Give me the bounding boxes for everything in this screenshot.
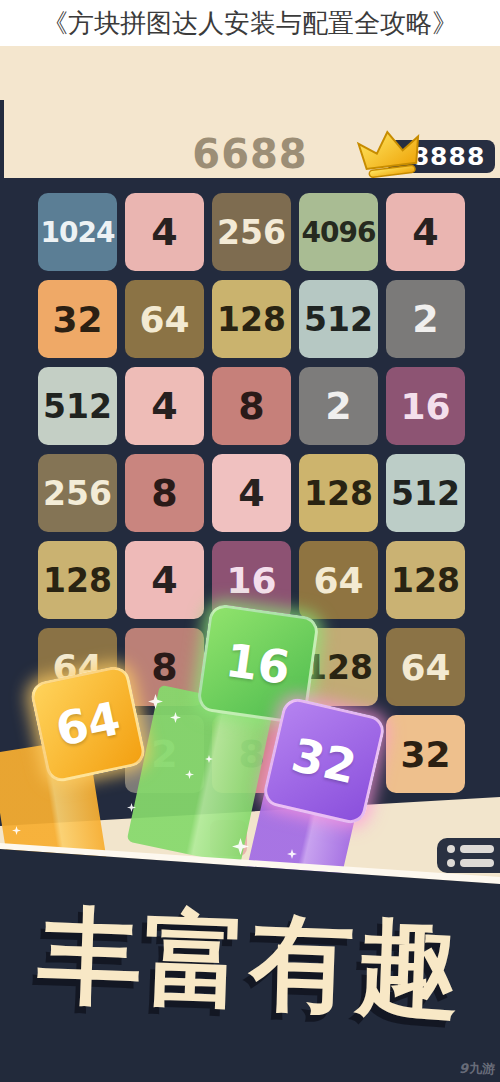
page-title: 《方块拼图达人安装与配置全攻略》 (42, 6, 458, 41)
tile-4-r4c3: 4 (212, 454, 291, 532)
banner-text: 丰富有趣 (0, 893, 500, 1030)
tile-512-r2c4: 512 (299, 280, 378, 358)
tile-4-r5c2: 4 (125, 541, 204, 619)
tile-4-r1c5: 4 (386, 193, 465, 271)
title-bar: 《方块拼图达人安装与配置全攻略》 (0, 0, 500, 46)
tile-2-r2c5: 2 (386, 280, 465, 358)
falling-tile-64-orange: 64 (28, 664, 147, 785)
tile-128-r4c4: 128 (299, 454, 378, 532)
list-menu-icon (447, 845, 500, 853)
tile-8-r3c3: 8 (212, 367, 291, 445)
app-frame: 《方块拼图达人安装与配置全攻略》 6688 8888 1024425640964… (0, 0, 500, 1082)
tile-4-r3c2: 4 (125, 367, 204, 445)
jiuyou-watermark: 9九游 (459, 1060, 495, 1078)
tile-2-r3c4: 2 (299, 367, 378, 445)
crown-icon (351, 124, 429, 184)
tile-32-r7c5: 32 (386, 715, 465, 793)
tile-64-r6c5: 64 (386, 628, 465, 706)
list-menu-icon (447, 859, 500, 867)
tile-32-r2c1: 32 (38, 280, 117, 358)
tile-64-r5c4: 64 (299, 541, 378, 619)
tile-4-r1c2: 4 (125, 193, 204, 271)
menu-button[interactable] (437, 838, 500, 873)
tile-256-r4c1: 256 (38, 454, 117, 532)
tile-128-r5c5: 128 (386, 541, 465, 619)
tile-64-r2c2: 64 (125, 280, 204, 358)
tile-16-r3c5: 16 (386, 367, 465, 445)
tile-256-r1c3: 256 (212, 193, 291, 271)
tile-128-r5c1: 128 (38, 541, 117, 619)
tile-512-r3c1: 512 (38, 367, 117, 445)
tile-128-r2c3: 128 (212, 280, 291, 358)
tile-8-r4c2: 8 (125, 454, 204, 532)
tile-4096-r1c4: 4096 (299, 193, 378, 271)
tile-512-r4c5: 512 (386, 454, 465, 532)
tile-1024-r1c1: 1024 (38, 193, 117, 271)
